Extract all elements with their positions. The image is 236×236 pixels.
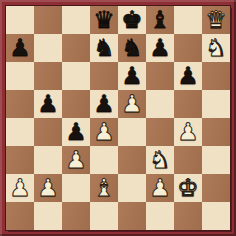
square-a2[interactable]: ♟ <box>6 174 34 202</box>
square-h2[interactable] <box>202 174 230 202</box>
piece-white-pawn[interactable]: ♟ <box>9 174 31 202</box>
chess-board: ♛♚♝♛♟♞♞♟♞♟♟♟♟♟♟♟♟♟♞♟♟♝♟♚ <box>6 6 230 230</box>
square-h1[interactable] <box>202 202 230 230</box>
square-f7[interactable]: ♟ <box>146 34 174 62</box>
piece-white-king[interactable]: ♚ <box>177 174 199 202</box>
square-c7[interactable] <box>62 34 90 62</box>
square-d2[interactable]: ♝ <box>90 174 118 202</box>
square-g2[interactable]: ♚ <box>174 174 202 202</box>
square-e6[interactable]: ♟ <box>118 62 146 90</box>
square-a8[interactable] <box>6 6 34 34</box>
square-b3[interactable] <box>34 146 62 174</box>
square-e1[interactable] <box>118 202 146 230</box>
square-h4[interactable] <box>202 118 230 146</box>
square-g1[interactable] <box>174 202 202 230</box>
piece-black-pawn[interactable]: ♟ <box>149 34 171 62</box>
square-e5[interactable]: ♟ <box>118 90 146 118</box>
square-a4[interactable] <box>6 118 34 146</box>
piece-black-pawn[interactable]: ♟ <box>177 62 199 90</box>
piece-white-knight[interactable]: ♞ <box>149 146 171 174</box>
square-a7[interactable]: ♟ <box>6 34 34 62</box>
piece-black-pawn[interactable]: ♟ <box>9 34 31 62</box>
piece-black-pawn[interactable]: ♟ <box>121 62 143 90</box>
piece-black-bishop[interactable]: ♝ <box>149 6 171 34</box>
square-h8[interactable]: ♛ <box>202 6 230 34</box>
square-c1[interactable] <box>62 202 90 230</box>
piece-white-pawn[interactable]: ♟ <box>177 118 199 146</box>
square-h6[interactable] <box>202 62 230 90</box>
square-b5[interactable]: ♟ <box>34 90 62 118</box>
square-d1[interactable] <box>90 202 118 230</box>
piece-white-pawn[interactable]: ♟ <box>121 90 143 118</box>
square-f8[interactable]: ♝ <box>146 6 174 34</box>
square-c5[interactable] <box>62 90 90 118</box>
square-d4[interactable]: ♟ <box>90 118 118 146</box>
piece-black-queen[interactable]: ♛ <box>93 6 115 34</box>
square-c2[interactable] <box>62 174 90 202</box>
square-e8[interactable]: ♚ <box>118 6 146 34</box>
square-f6[interactable] <box>146 62 174 90</box>
square-f5[interactable] <box>146 90 174 118</box>
square-d3[interactable] <box>90 146 118 174</box>
piece-black-pawn[interactable]: ♟ <box>65 118 87 146</box>
piece-white-bishop[interactable]: ♝ <box>93 174 115 202</box>
square-f1[interactable] <box>146 202 174 230</box>
piece-white-queen[interactable]: ♛ <box>205 6 227 34</box>
square-f3[interactable]: ♞ <box>146 146 174 174</box>
square-e4[interactable] <box>118 118 146 146</box>
square-c4[interactable]: ♟ <box>62 118 90 146</box>
piece-black-pawn[interactable]: ♟ <box>37 90 59 118</box>
square-c8[interactable] <box>62 6 90 34</box>
square-f2[interactable]: ♟ <box>146 174 174 202</box>
square-a6[interactable] <box>6 62 34 90</box>
square-b6[interactable] <box>34 62 62 90</box>
square-g5[interactable] <box>174 90 202 118</box>
square-d6[interactable] <box>90 62 118 90</box>
square-h5[interactable] <box>202 90 230 118</box>
square-h7[interactable]: ♞ <box>202 34 230 62</box>
square-a5[interactable] <box>6 90 34 118</box>
square-e7[interactable]: ♞ <box>118 34 146 62</box>
square-b7[interactable] <box>34 34 62 62</box>
square-a1[interactable] <box>6 202 34 230</box>
piece-black-king[interactable]: ♚ <box>121 6 143 34</box>
piece-black-knight[interactable]: ♞ <box>93 34 115 62</box>
board-frame: ♛♚♝♛♟♞♞♟♞♟♟♟♟♟♟♟♟♟♞♟♟♝♟♚ <box>0 0 236 236</box>
square-e3[interactable] <box>118 146 146 174</box>
piece-white-pawn[interactable]: ♟ <box>149 174 171 202</box>
square-d7[interactable]: ♞ <box>90 34 118 62</box>
piece-white-pawn[interactable]: ♟ <box>37 174 59 202</box>
square-h3[interactable] <box>202 146 230 174</box>
piece-black-knight[interactable]: ♞ <box>121 34 143 62</box>
piece-white-knight[interactable]: ♞ <box>205 34 227 62</box>
square-b2[interactable]: ♟ <box>34 174 62 202</box>
square-b1[interactable] <box>34 202 62 230</box>
square-g7[interactable] <box>174 34 202 62</box>
square-g4[interactable]: ♟ <box>174 118 202 146</box>
piece-white-pawn[interactable]: ♟ <box>65 146 87 174</box>
square-d8[interactable]: ♛ <box>90 6 118 34</box>
square-g6[interactable]: ♟ <box>174 62 202 90</box>
square-f4[interactable] <box>146 118 174 146</box>
square-g8[interactable] <box>174 6 202 34</box>
square-c3[interactable]: ♟ <box>62 146 90 174</box>
square-e2[interactable] <box>118 174 146 202</box>
square-c6[interactable] <box>62 62 90 90</box>
piece-black-pawn[interactable]: ♟ <box>93 90 115 118</box>
square-b4[interactable] <box>34 118 62 146</box>
square-a3[interactable] <box>6 146 34 174</box>
square-b8[interactable] <box>34 6 62 34</box>
square-g3[interactable] <box>174 146 202 174</box>
piece-white-pawn[interactable]: ♟ <box>93 118 115 146</box>
square-d5[interactable]: ♟ <box>90 90 118 118</box>
